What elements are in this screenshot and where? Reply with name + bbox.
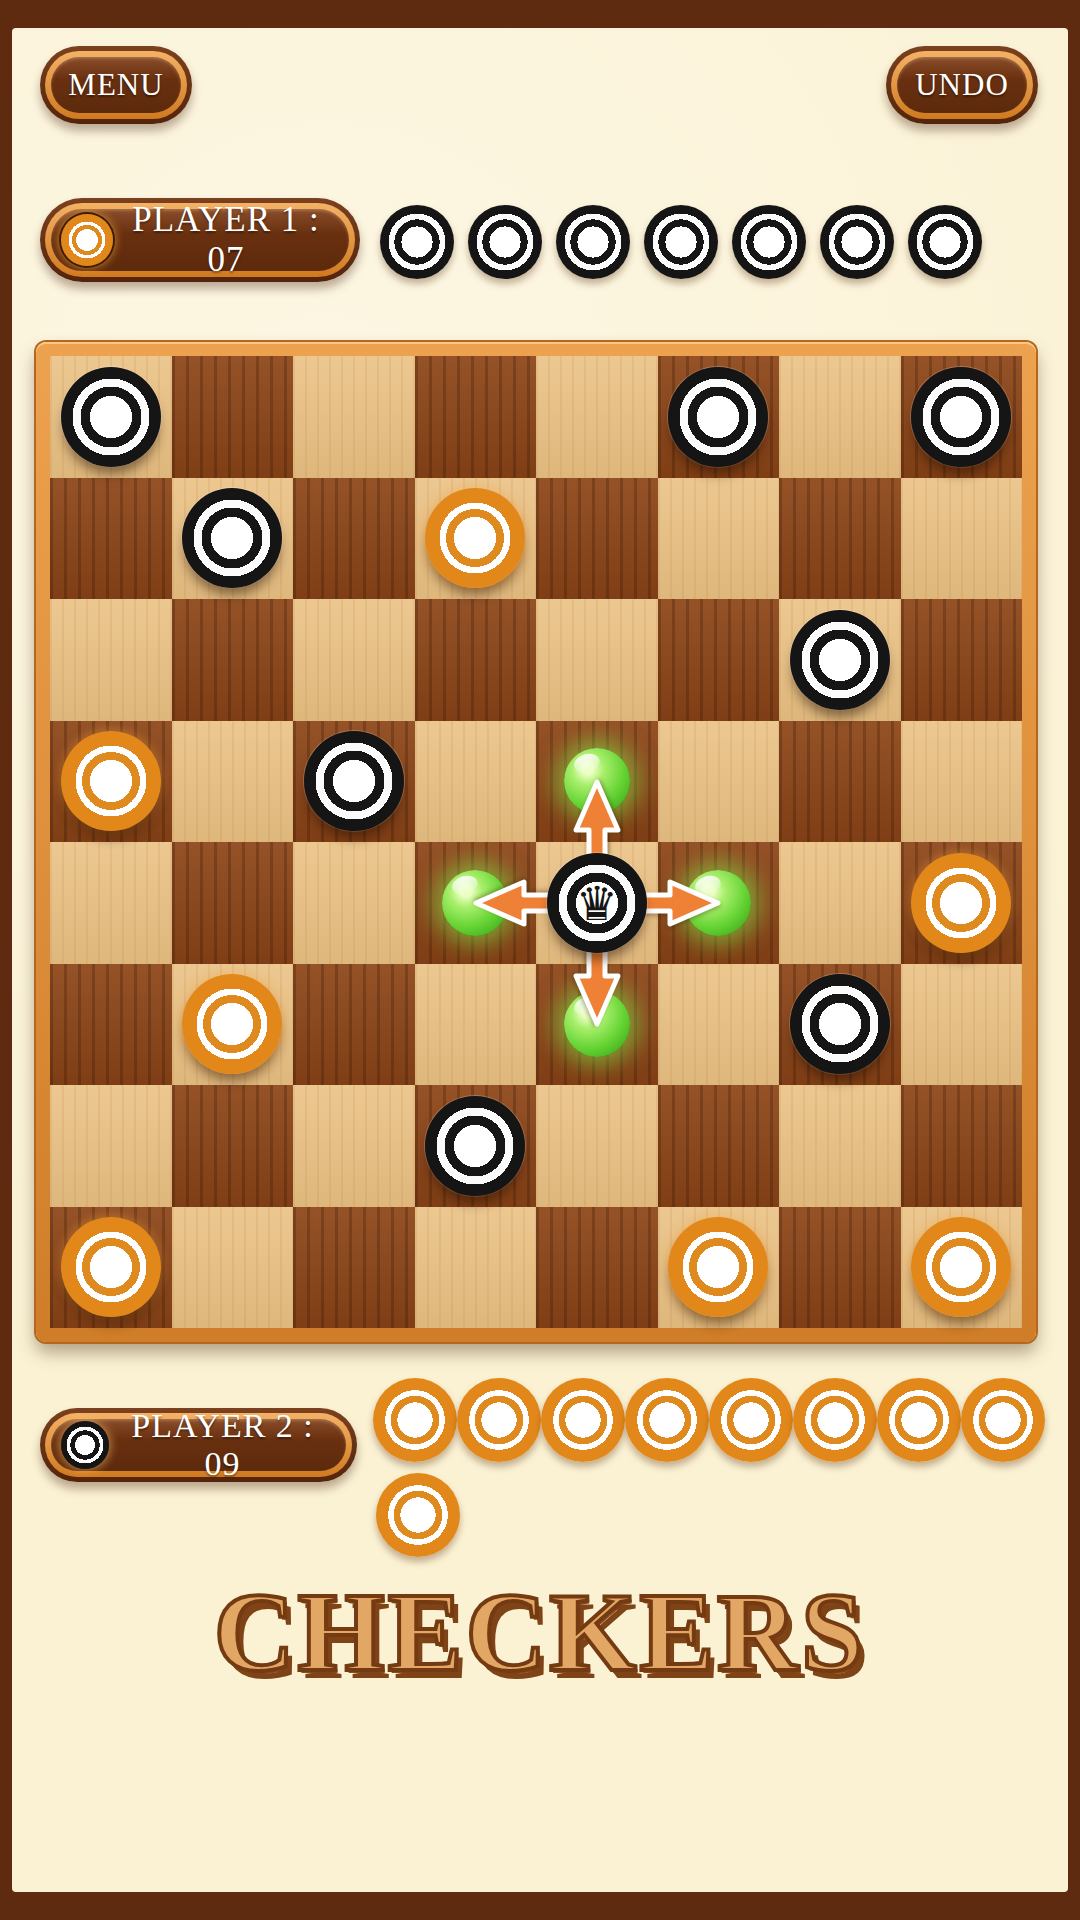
white-man[interactable] xyxy=(911,367,1011,467)
captured-white-piece xyxy=(468,205,542,279)
menu-button-ring: MENU xyxy=(45,51,187,119)
captured-orange-piece xyxy=(376,1473,460,1557)
square-r5c7[interactable] xyxy=(779,842,901,964)
white-man[interactable] xyxy=(304,731,404,831)
board-grid: ♛ xyxy=(50,356,1022,1328)
orange-man[interactable] xyxy=(61,731,161,831)
square-r4c2[interactable] xyxy=(172,721,294,843)
square-r1c3[interactable] xyxy=(293,356,415,478)
player2-label: PLAYER 2 : 09 xyxy=(109,1407,346,1483)
square-r5c3[interactable] xyxy=(293,842,415,964)
orange-man[interactable] xyxy=(425,488,525,588)
square-r5c8[interactable] xyxy=(901,842,1023,964)
captured-white-piece xyxy=(908,205,982,279)
square-r7c3[interactable] xyxy=(293,1085,415,1207)
move-target-r5c4[interactable] xyxy=(442,870,508,936)
player1-captured-tray xyxy=(380,205,982,279)
square-r4c5[interactable] xyxy=(536,721,658,843)
square-r8c1[interactable] xyxy=(50,1207,172,1329)
menu-button-label: MENU xyxy=(68,67,163,103)
square-r2c3[interactable] xyxy=(293,478,415,600)
player2-captured-tray-row1 xyxy=(373,1378,1045,1462)
white-man[interactable] xyxy=(182,488,282,588)
square-r2c4[interactable] xyxy=(415,478,537,600)
square-r1c8[interactable] xyxy=(901,356,1023,478)
square-r8c5[interactable] xyxy=(536,1207,658,1329)
square-r4c4[interactable] xyxy=(415,721,537,843)
square-r7c4[interactable] xyxy=(415,1085,537,1207)
captured-orange-piece xyxy=(625,1378,709,1462)
square-r5c5[interactable]: ♛ xyxy=(536,842,658,964)
square-r1c5[interactable] xyxy=(536,356,658,478)
square-r6c6[interactable] xyxy=(658,964,780,1086)
square-r4c6[interactable] xyxy=(658,721,780,843)
captured-orange-piece xyxy=(457,1378,541,1462)
square-r6c1[interactable] xyxy=(50,964,172,1086)
captured-orange-piece xyxy=(373,1378,457,1462)
captured-white-piece xyxy=(820,205,894,279)
square-r6c3[interactable] xyxy=(293,964,415,1086)
square-r7c7[interactable] xyxy=(779,1085,901,1207)
square-r3c3[interactable] xyxy=(293,599,415,721)
square-r5c6[interactable] xyxy=(658,842,780,964)
white-man[interactable] xyxy=(668,367,768,467)
square-r8c8[interactable] xyxy=(901,1207,1023,1329)
undo-button[interactable]: UNDO xyxy=(886,46,1038,124)
square-r7c2[interactable] xyxy=(172,1085,294,1207)
square-r2c6[interactable] xyxy=(658,478,780,600)
square-r3c5[interactable] xyxy=(536,599,658,721)
square-r1c7[interactable] xyxy=(779,356,901,478)
player1-label: PLAYER 1 : 07 xyxy=(113,200,349,280)
square-r5c1[interactable] xyxy=(50,842,172,964)
square-r8c7[interactable] xyxy=(779,1207,901,1329)
captured-orange-piece xyxy=(793,1378,877,1462)
square-r4c8[interactable] xyxy=(901,721,1023,843)
white-man[interactable] xyxy=(790,610,890,710)
square-r2c8[interactable] xyxy=(901,478,1023,600)
player1-piece-icon xyxy=(61,214,113,266)
captured-white-piece xyxy=(380,205,454,279)
square-r4c1[interactable] xyxy=(50,721,172,843)
move-target-r6c5[interactable] xyxy=(564,991,630,1057)
square-r5c4[interactable] xyxy=(415,842,537,964)
square-r3c1[interactable] xyxy=(50,599,172,721)
captured-orange-piece xyxy=(709,1378,793,1462)
app-screen: MENU UNDO PLAYER 1 : 07 ♛ PLAYER 2 : 0 xyxy=(0,0,1080,1920)
square-r7c5[interactable] xyxy=(536,1085,658,1207)
game-title: CHECKERS xyxy=(0,1568,1080,1697)
square-r3c6[interactable] xyxy=(658,599,780,721)
square-r1c1[interactable] xyxy=(50,356,172,478)
square-r3c2[interactable] xyxy=(172,599,294,721)
square-r6c5[interactable] xyxy=(536,964,658,1086)
square-r7c1[interactable] xyxy=(50,1085,172,1207)
square-r6c4[interactable] xyxy=(415,964,537,1086)
white-man[interactable] xyxy=(61,367,161,467)
white-king-selected[interactable]: ♛ xyxy=(547,853,647,953)
square-r1c4[interactable] xyxy=(415,356,537,478)
square-r7c8[interactable] xyxy=(901,1085,1023,1207)
square-r4c7[interactable] xyxy=(779,721,901,843)
square-r6c8[interactable] xyxy=(901,964,1023,1086)
player1-panel: PLAYER 1 : 07 xyxy=(40,198,360,282)
player2-piece-icon xyxy=(61,1421,109,1469)
move-target-r5c6[interactable] xyxy=(685,870,751,936)
orange-man[interactable] xyxy=(911,1217,1011,1317)
square-r8c6[interactable] xyxy=(658,1207,780,1329)
square-r8c4[interactable] xyxy=(415,1207,537,1329)
square-r8c2[interactable] xyxy=(172,1207,294,1329)
orange-man[interactable] xyxy=(61,1217,161,1317)
captured-orange-piece xyxy=(541,1378,625,1462)
square-r1c2[interactable] xyxy=(172,356,294,478)
menu-button[interactable]: MENU xyxy=(40,46,192,124)
square-r8c3[interactable] xyxy=(293,1207,415,1329)
square-r2c7[interactable] xyxy=(779,478,901,600)
square-r5c2[interactable] xyxy=(172,842,294,964)
white-man[interactable] xyxy=(790,974,890,1074)
square-r2c2[interactable] xyxy=(172,478,294,600)
orange-man[interactable] xyxy=(182,974,282,1074)
square-r3c7[interactable] xyxy=(779,599,901,721)
white-man[interactable] xyxy=(425,1096,525,1196)
undo-button-label: UNDO xyxy=(915,67,1009,103)
player2-captured-tray-row2 xyxy=(376,1473,460,1557)
king-crown-icon: ♛ xyxy=(547,853,647,953)
square-r3c4[interactable] xyxy=(415,599,537,721)
square-r7c6[interactable] xyxy=(658,1085,780,1207)
square-r6c2[interactable] xyxy=(172,964,294,1086)
square-r3c8[interactable] xyxy=(901,599,1023,721)
captured-white-piece xyxy=(644,205,718,279)
square-r6c7[interactable] xyxy=(779,964,901,1086)
captured-orange-piece xyxy=(877,1378,961,1462)
player2-panel: PLAYER 2 : 09 xyxy=(40,1408,357,1482)
undo-button-ring: UNDO xyxy=(891,51,1033,119)
orange-man[interactable] xyxy=(668,1217,768,1317)
square-r2c5[interactable] xyxy=(536,478,658,600)
square-r4c3[interactable] xyxy=(293,721,415,843)
captured-orange-piece xyxy=(961,1378,1045,1462)
move-target-r4c5[interactable] xyxy=(564,748,630,814)
square-r1c6[interactable] xyxy=(658,356,780,478)
captured-white-piece xyxy=(556,205,630,279)
orange-man[interactable] xyxy=(911,853,1011,953)
board: ♛ xyxy=(36,342,1036,1342)
square-r2c1[interactable] xyxy=(50,478,172,600)
captured-white-piece xyxy=(732,205,806,279)
